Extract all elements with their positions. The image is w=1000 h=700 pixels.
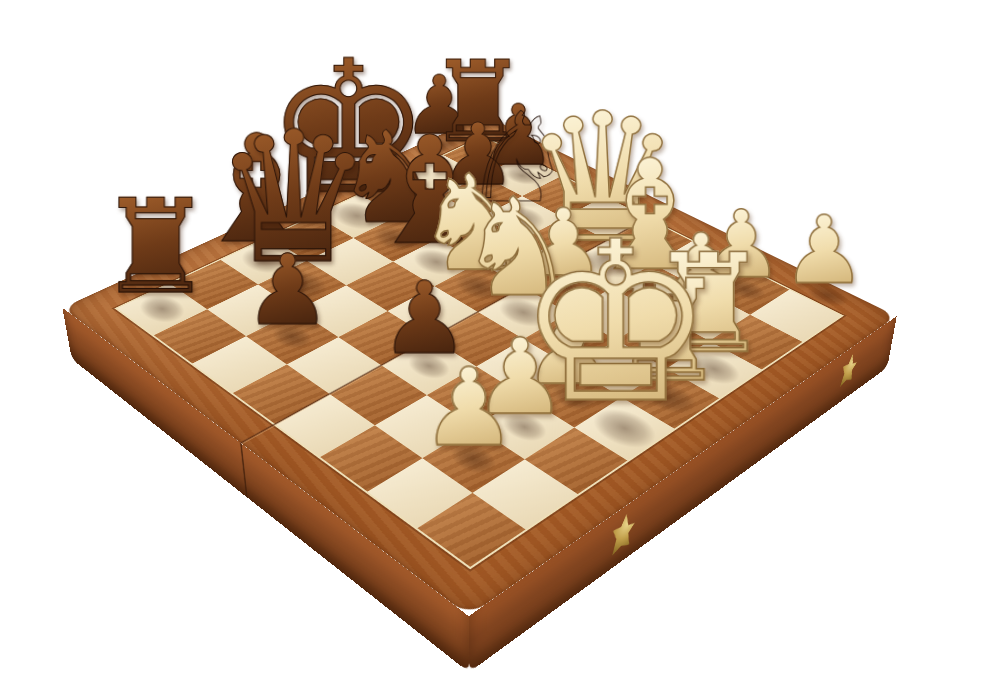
fold-seam-side (240, 442, 249, 498)
pieces-layer: ♜♝♚♜♛♞♟♟♟♝♞♟♞♞♟♛♝♟♟♟♟♟♚♜♜♟♟ (62, 115, 896, 616)
chess-board: ♜♝♚♜♛♞♟♟♟♝♞♟♞♞♟♛♝♟♟♟♟♟♚♜♜♟♟ (62, 115, 896, 616)
brass-clasp-icon (839, 350, 859, 389)
scene: ♜♝♚♜♛♞♟♟♟♝♞♟♞♞♟♛♝♟♟♟♟♟♚♜♜♟♟ (0, 0, 1000, 700)
piece-contact-shadow (455, 142, 511, 170)
photo-backdrop: ♜♝♚♜♛♞♟♟♟♝♞♟♞♞♟♛♝♟♟♟♟♟♚♜♜♟♟ (0, 0, 1000, 700)
brass-clasp-icon (610, 507, 636, 558)
